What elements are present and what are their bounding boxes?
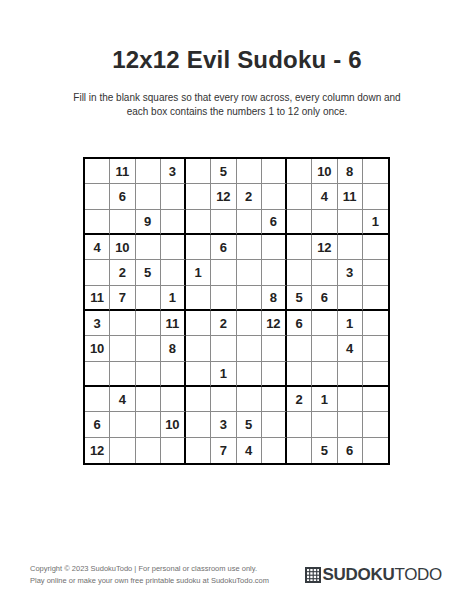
cell-r5c7[interactable] (237, 260, 262, 285)
cell-r5c1[interactable] (85, 260, 110, 285)
cell-r2c2: 6 (110, 184, 135, 209)
logo-text-sudoku: SUDOKU (323, 565, 395, 584)
cell-r3c2[interactable] (110, 210, 135, 235)
cell-r3c10[interactable] (312, 210, 337, 235)
cell-r9c10[interactable] (312, 362, 337, 387)
cell-r1c4: 3 (161, 159, 186, 184)
sudokutodo-logo: SUDOKUTODO (305, 565, 442, 585)
cell-r2c3[interactable] (136, 184, 161, 209)
cell-r3c1[interactable] (85, 210, 110, 235)
cell-r7c5[interactable] (186, 311, 211, 336)
cell-r6c3[interactable] (136, 286, 161, 311)
cell-r8c3[interactable] (136, 336, 161, 361)
cell-r11c2[interactable] (110, 412, 135, 437)
cell-r6c6[interactable] (211, 286, 236, 311)
cell-r10c5[interactable] (186, 387, 211, 412)
cell-r3c12: 1 (363, 210, 388, 235)
cell-r11c7: 5 (237, 412, 262, 437)
instructions-line2: each box contains the numbers 1 to 12 on… (0, 105, 474, 119)
cell-r2c11: 11 (338, 184, 363, 209)
cell-r8c6[interactable] (211, 336, 236, 361)
cell-r6c5[interactable] (186, 286, 211, 311)
cell-r9c6: 1 (211, 362, 236, 387)
cell-r4c6: 6 (211, 235, 236, 260)
cell-r8c12[interactable] (363, 336, 388, 361)
cell-r4c10: 12 (312, 235, 337, 260)
cell-r9c11[interactable] (338, 362, 363, 387)
cell-r1c9[interactable] (287, 159, 312, 184)
cell-r11c1: 6 (85, 412, 110, 437)
cell-r10c8[interactable] (262, 387, 287, 412)
cell-r11c4: 10 (161, 412, 186, 437)
sudoku-board: 1135108612241196141061225131171856311212… (83, 157, 390, 465)
cell-r12c10: 5 (312, 438, 337, 463)
cell-r3c4[interactable] (161, 210, 186, 235)
copyright-line1: Copyright © 2023 SudokuTodo | For person… (30, 563, 269, 575)
cell-r11c10[interactable] (312, 412, 337, 437)
cell-r1c7[interactable] (237, 159, 262, 184)
cell-r2c6: 12 (211, 184, 236, 209)
cell-r1c8[interactable] (262, 159, 287, 184)
cell-r8c1: 10 (85, 336, 110, 361)
cell-r1c5[interactable] (186, 159, 211, 184)
cell-r6c1: 11 (85, 286, 110, 311)
cell-r8c2[interactable] (110, 336, 135, 361)
cell-r10c3[interactable] (136, 387, 161, 412)
cell-r10c7[interactable] (237, 387, 262, 412)
cell-r10c9: 2 (287, 387, 312, 412)
cell-r9c3[interactable] (136, 362, 161, 387)
cell-r7c4: 11 (161, 311, 186, 336)
cell-r7c6: 2 (211, 311, 236, 336)
sudoku-grid-logo-icon (305, 567, 321, 583)
cell-r9c2[interactable] (110, 362, 135, 387)
cell-r4c12[interactable] (363, 235, 388, 260)
cell-r7c2[interactable] (110, 311, 135, 336)
cell-r12c11: 6 (338, 438, 363, 463)
cell-r4c7[interactable] (237, 235, 262, 260)
cell-r12c6: 7 (211, 438, 236, 463)
cell-r2c8[interactable] (262, 184, 287, 209)
cell-r10c6[interactable] (211, 387, 236, 412)
cell-r5c9[interactable] (287, 260, 312, 285)
cell-r9c5[interactable] (186, 362, 211, 387)
cell-r2c12[interactable] (363, 184, 388, 209)
cell-r12c2[interactable] (110, 438, 135, 463)
cell-r9c4[interactable] (161, 362, 186, 387)
cell-r10c12[interactable] (363, 387, 388, 412)
cell-r8c9[interactable] (287, 336, 312, 361)
cell-r10c11[interactable] (338, 387, 363, 412)
cell-r1c2: 11 (110, 159, 135, 184)
instructions-line1: Fill in the blank squares so that every … (0, 91, 474, 105)
cell-r12c9[interactable] (287, 438, 312, 463)
cell-r4c2: 10 (110, 235, 135, 260)
cell-r6c12[interactable] (363, 286, 388, 311)
cell-r7c8: 12 (262, 311, 287, 336)
cell-r11c5[interactable] (186, 412, 211, 437)
copyright-line2: Play online or make your own free printa… (30, 575, 269, 587)
cell-r11c9[interactable] (287, 412, 312, 437)
cell-r5c11: 3 (338, 260, 363, 285)
cell-r7c9: 6 (287, 311, 312, 336)
cell-r1c3[interactable] (136, 159, 161, 184)
cell-r6c2: 7 (110, 286, 135, 311)
puzzle-instructions: Fill in the blank squares so that every … (0, 91, 474, 118)
cell-r11c12[interactable] (363, 412, 388, 437)
cell-r5c12[interactable] (363, 260, 388, 285)
cell-r3c9[interactable] (287, 210, 312, 235)
page-title: 12x12 Evil Sudoku - 6 (0, 46, 474, 74)
cell-r4c4[interactable] (161, 235, 186, 260)
cell-r10c4[interactable] (161, 387, 186, 412)
cell-r3c6[interactable] (211, 210, 236, 235)
cell-r8c7[interactable] (237, 336, 262, 361)
cell-r12c7: 4 (237, 438, 262, 463)
cell-r5c5: 1 (186, 260, 211, 285)
cell-r3c7[interactable] (237, 210, 262, 235)
cell-r7c3[interactable] (136, 311, 161, 336)
cell-r12c5[interactable] (186, 438, 211, 463)
cell-r5c8[interactable] (262, 260, 287, 285)
cell-r6c10: 6 (312, 286, 337, 311)
cell-r11c6: 3 (211, 412, 236, 437)
cell-r7c7[interactable] (237, 311, 262, 336)
cell-r7c10[interactable] (312, 311, 337, 336)
cell-r9c7[interactable] (237, 362, 262, 387)
cell-r11c3[interactable] (136, 412, 161, 437)
cell-r4c3[interactable] (136, 235, 161, 260)
cell-r7c11: 1 (338, 311, 363, 336)
cell-r12c4[interactable] (161, 438, 186, 463)
cell-r12c1: 12 (85, 438, 110, 463)
cell-r3c5[interactable] (186, 210, 211, 235)
cell-r3c8: 6 (262, 210, 287, 235)
cell-r8c11: 4 (338, 336, 363, 361)
cell-r8c5[interactable] (186, 336, 211, 361)
cell-r8c10[interactable] (312, 336, 337, 361)
cell-r6c11[interactable] (338, 286, 363, 311)
cell-r11c11[interactable] (338, 412, 363, 437)
cell-r10c1[interactable] (85, 387, 110, 412)
logo-text-todo: TODO (394, 565, 442, 584)
cell-r10c2: 4 (110, 387, 135, 412)
cell-r5c10[interactable] (312, 260, 337, 285)
cell-r4c8[interactable] (262, 235, 287, 260)
cell-r12c12[interactable] (363, 438, 388, 463)
cell-r2c4[interactable] (161, 184, 186, 209)
cell-r9c12[interactable] (363, 362, 388, 387)
cell-r2c5[interactable] (186, 184, 211, 209)
cell-r2c1[interactable] (85, 184, 110, 209)
cell-r5c6[interactable] (211, 260, 236, 285)
cell-r4c9[interactable] (287, 235, 312, 260)
page-footer: Copyright © 2023 SudokuTodo | For person… (30, 563, 442, 587)
cell-r1c1[interactable] (85, 159, 110, 184)
cell-r12c3[interactable] (136, 438, 161, 463)
cell-r2c10: 4 (312, 184, 337, 209)
cell-r8c4: 8 (161, 336, 186, 361)
cell-r6c7[interactable] (237, 286, 262, 311)
cell-r4c11[interactable] (338, 235, 363, 260)
cell-r1c6: 5 (211, 159, 236, 184)
cell-r1c10: 10 (312, 159, 337, 184)
cell-r8c8[interactable] (262, 336, 287, 361)
cell-r1c12[interactable] (363, 159, 388, 184)
cell-r11c8[interactable] (262, 412, 287, 437)
cell-r2c7: 2 (237, 184, 262, 209)
cell-r6c9: 5 (287, 286, 312, 311)
cell-r5c4[interactable] (161, 260, 186, 285)
logo-text: SUDOKUTODO (323, 565, 442, 585)
cell-r10c10: 1 (312, 387, 337, 412)
cell-r3c3: 9 (136, 210, 161, 235)
cell-r3c11[interactable] (338, 210, 363, 235)
cell-r5c3: 5 (136, 260, 161, 285)
cell-r7c1: 3 (85, 311, 110, 336)
cell-r9c1[interactable] (85, 362, 110, 387)
cell-r2c9[interactable] (287, 184, 312, 209)
cell-r6c4: 1 (161, 286, 186, 311)
copyright-text: Copyright © 2023 SudokuTodo | For person… (30, 563, 269, 587)
cell-r1c11: 8 (338, 159, 363, 184)
cell-r4c5[interactable] (186, 235, 211, 260)
cell-r5c2: 2 (110, 260, 135, 285)
cell-r9c9[interactable] (287, 362, 312, 387)
cell-r7c12[interactable] (363, 311, 388, 336)
cell-r9c8[interactable] (262, 362, 287, 387)
cell-r6c8: 8 (262, 286, 287, 311)
cell-r12c8[interactable] (262, 438, 287, 463)
cell-r4c1: 4 (85, 235, 110, 260)
